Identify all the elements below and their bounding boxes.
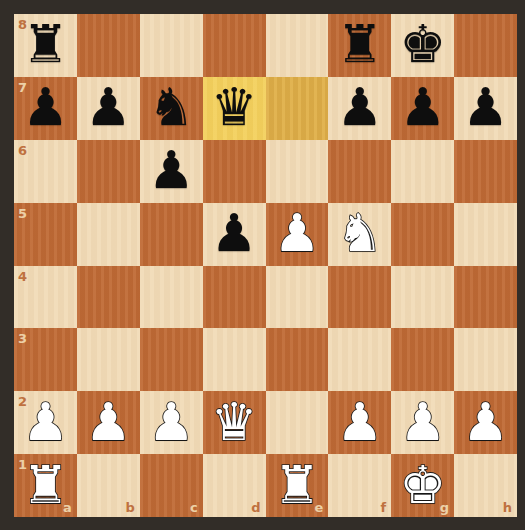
board-frame: { "game": "chess", "position": { "fen": … bbox=[0, 0, 525, 530]
square-b1[interactable]: b bbox=[77, 454, 140, 517]
square-d2[interactable]: ♛ bbox=[203, 391, 266, 454]
square-e3[interactable] bbox=[266, 328, 329, 391]
square-d6[interactable] bbox=[203, 140, 266, 203]
square-f1[interactable]: f bbox=[328, 454, 391, 517]
square-h6[interactable] bbox=[454, 140, 517, 203]
black-pawn-piece[interactable]: ♟ bbox=[462, 81, 509, 133]
square-b3[interactable] bbox=[77, 328, 140, 391]
square-b7[interactable]: ♟ bbox=[77, 77, 140, 140]
square-f4[interactable] bbox=[328, 266, 391, 329]
white-rook-piece[interactable]: ♜ bbox=[274, 459, 321, 511]
white-pawn-piece[interactable]: ♟ bbox=[85, 396, 132, 448]
chess-board: 8♜♜♚7♟♟♞♛♟♟♟6♟5♟♟♞432♟♟♟♛♟♟♟1a♜bcde♜fg♚h bbox=[14, 14, 517, 517]
square-h7[interactable]: ♟ bbox=[454, 77, 517, 140]
black-rook-piece[interactable]: ♜ bbox=[22, 18, 69, 70]
square-e4[interactable] bbox=[266, 266, 329, 329]
rank-label-6: 6 bbox=[18, 143, 27, 158]
square-f6[interactable] bbox=[328, 140, 391, 203]
square-a7[interactable]: 7♟ bbox=[14, 77, 77, 140]
square-c7[interactable]: ♞ bbox=[140, 77, 203, 140]
square-b4[interactable] bbox=[77, 266, 140, 329]
square-g6[interactable] bbox=[391, 140, 454, 203]
white-pawn-piece[interactable]: ♟ bbox=[337, 396, 384, 448]
black-knight-piece[interactable]: ♞ bbox=[148, 81, 195, 133]
square-a5[interactable]: 5 bbox=[14, 203, 77, 266]
square-a6[interactable]: 6 bbox=[14, 140, 77, 203]
square-c3[interactable] bbox=[140, 328, 203, 391]
white-queen-piece[interactable]: ♛ bbox=[211, 396, 258, 448]
white-king-piece[interactable]: ♚ bbox=[399, 459, 446, 511]
square-d8[interactable] bbox=[203, 14, 266, 77]
square-e6[interactable] bbox=[266, 140, 329, 203]
square-e5[interactable]: ♟ bbox=[266, 203, 329, 266]
square-a3[interactable]: 3 bbox=[14, 328, 77, 391]
white-rook-piece[interactable]: ♜ bbox=[22, 459, 69, 511]
square-e1[interactable]: e♜ bbox=[266, 454, 329, 517]
square-f8[interactable]: ♜ bbox=[328, 14, 391, 77]
file-label-f: f bbox=[381, 500, 387, 515]
square-g5[interactable] bbox=[391, 203, 454, 266]
square-f7[interactable]: ♟ bbox=[328, 77, 391, 140]
white-pawn-piece[interactable]: ♟ bbox=[274, 207, 321, 259]
rank-label-5: 5 bbox=[18, 206, 27, 221]
file-label-h: h bbox=[503, 500, 512, 515]
file-label-c: c bbox=[190, 500, 198, 515]
black-pawn-piece[interactable]: ♟ bbox=[22, 81, 69, 133]
rank-label-4: 4 bbox=[18, 269, 27, 284]
file-label-d: d bbox=[251, 500, 260, 515]
square-b8[interactable] bbox=[77, 14, 140, 77]
black-pawn-piece[interactable]: ♟ bbox=[337, 81, 384, 133]
square-c5[interactable] bbox=[140, 203, 203, 266]
square-c2[interactable]: ♟ bbox=[140, 391, 203, 454]
black-pawn-piece[interactable]: ♟ bbox=[148, 144, 195, 196]
square-h4[interactable] bbox=[454, 266, 517, 329]
file-label-b: b bbox=[125, 500, 134, 515]
black-queen-piece[interactable]: ♛ bbox=[211, 81, 258, 133]
square-c6[interactable]: ♟ bbox=[140, 140, 203, 203]
white-pawn-piece[interactable]: ♟ bbox=[462, 396, 509, 448]
square-h3[interactable] bbox=[454, 328, 517, 391]
square-h8[interactable] bbox=[454, 14, 517, 77]
square-f2[interactable]: ♟ bbox=[328, 391, 391, 454]
square-a1[interactable]: 1a♜ bbox=[14, 454, 77, 517]
square-d5[interactable]: ♟ bbox=[203, 203, 266, 266]
square-f3[interactable] bbox=[328, 328, 391, 391]
square-g3[interactable] bbox=[391, 328, 454, 391]
square-b5[interactable] bbox=[77, 203, 140, 266]
square-e2[interactable] bbox=[266, 391, 329, 454]
white-pawn-piece[interactable]: ♟ bbox=[399, 396, 446, 448]
square-a4[interactable]: 4 bbox=[14, 266, 77, 329]
square-d3[interactable] bbox=[203, 328, 266, 391]
square-h2[interactable]: ♟ bbox=[454, 391, 517, 454]
square-f5[interactable]: ♞ bbox=[328, 203, 391, 266]
black-pawn-piece[interactable]: ♟ bbox=[85, 81, 132, 133]
black-king-piece[interactable]: ♚ bbox=[399, 18, 446, 70]
black-rook-piece[interactable]: ♜ bbox=[337, 18, 384, 70]
square-h5[interactable] bbox=[454, 203, 517, 266]
square-d7[interactable]: ♛ bbox=[203, 77, 266, 140]
square-a2[interactable]: 2♟ bbox=[14, 391, 77, 454]
rank-label-3: 3 bbox=[18, 331, 27, 346]
square-d4[interactable] bbox=[203, 266, 266, 329]
square-a8[interactable]: 8♜ bbox=[14, 14, 77, 77]
square-e8[interactable] bbox=[266, 14, 329, 77]
black-pawn-piece[interactable]: ♟ bbox=[399, 81, 446, 133]
square-c1[interactable]: c bbox=[140, 454, 203, 517]
black-pawn-piece[interactable]: ♟ bbox=[211, 207, 258, 259]
square-e7[interactable] bbox=[266, 77, 329, 140]
square-g4[interactable] bbox=[391, 266, 454, 329]
square-c4[interactable] bbox=[140, 266, 203, 329]
white-knight-piece[interactable]: ♞ bbox=[337, 207, 384, 259]
square-g2[interactable]: ♟ bbox=[391, 391, 454, 454]
white-pawn-piece[interactable]: ♟ bbox=[148, 396, 195, 448]
square-g8[interactable]: ♚ bbox=[391, 14, 454, 77]
square-c8[interactable] bbox=[140, 14, 203, 77]
square-b2[interactable]: ♟ bbox=[77, 391, 140, 454]
square-h1[interactable]: h bbox=[454, 454, 517, 517]
white-pawn-piece[interactable]: ♟ bbox=[22, 396, 69, 448]
square-b6[interactable] bbox=[77, 140, 140, 203]
square-d1[interactable]: d bbox=[203, 454, 266, 517]
square-g1[interactable]: g♚ bbox=[391, 454, 454, 517]
square-g7[interactable]: ♟ bbox=[391, 77, 454, 140]
